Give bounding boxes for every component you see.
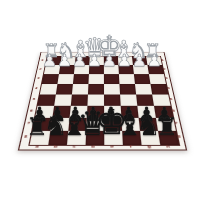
black-pawn: ♟ bbox=[31, 105, 49, 125]
black-pawn: ♟ bbox=[49, 105, 67, 125]
black-pawn: ♟ bbox=[102, 105, 120, 125]
white-rook: ♜ bbox=[43, 42, 60, 61]
black-king: ♚ bbox=[95, 104, 128, 140]
white-pawn: ♟ bbox=[87, 53, 102, 70]
black-pawn: ♟ bbox=[138, 105, 156, 125]
black-pawn: ♟ bbox=[84, 105, 102, 125]
black-pawn: ♟ bbox=[156, 105, 174, 125]
white-knight: ♞ bbox=[56, 40, 75, 61]
white-pawn: ♟ bbox=[102, 53, 117, 70]
white-pawn: ♟ bbox=[117, 53, 132, 70]
black-knight: ♞ bbox=[43, 112, 68, 139]
white-rook: ♜ bbox=[144, 42, 161, 61]
black-knight: ♞ bbox=[136, 112, 161, 139]
black-bishop: ♝ bbox=[116, 110, 143, 140]
pieces-layer: ♜♞♝♛♚♝♞♜♟♟♟♟♟♟♟♟♟♟♟♟♟♟♟♟♜♞♝♛♚♝♞♜ bbox=[0, 0, 200, 200]
black-rook: ♜ bbox=[26, 115, 48, 139]
white-queen: ♛ bbox=[83, 35, 107, 62]
black-queen: ♛ bbox=[77, 106, 108, 140]
black-rook: ♜ bbox=[156, 115, 178, 139]
black-pawn: ♟ bbox=[66, 105, 84, 125]
white-pawn: ♟ bbox=[147, 53, 162, 70]
white-pawn: ♟ bbox=[72, 53, 87, 70]
white-pawn: ♟ bbox=[42, 53, 57, 70]
white-bishop: ♝ bbox=[113, 38, 134, 61]
chess-set-product-photo: abcdefgh 12345678 12345678 ♜♞♝♛♚♝♞♜♟♟♟♟♟… bbox=[0, 0, 200, 200]
black-pawn: ♟ bbox=[120, 105, 138, 125]
white-pawn: ♟ bbox=[132, 53, 147, 70]
black-bishop: ♝ bbox=[61, 110, 88, 140]
white-bishop: ♝ bbox=[70, 38, 91, 61]
white-king: ♚ bbox=[96, 33, 122, 62]
white-knight: ♞ bbox=[129, 40, 148, 61]
white-pawn: ♟ bbox=[57, 53, 72, 70]
